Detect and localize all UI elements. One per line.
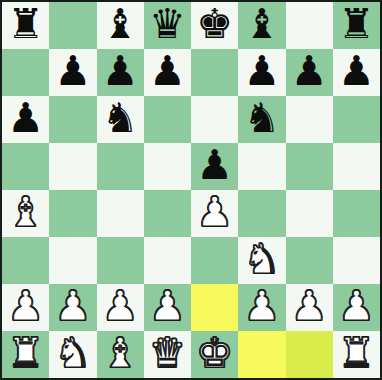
square-a4[interactable]: ♝ xyxy=(2,190,49,237)
square-b1[interactable]: ♞ xyxy=(49,331,96,378)
square-g3[interactable] xyxy=(286,237,333,284)
square-e2[interactable] xyxy=(191,284,238,331)
square-g6[interactable] xyxy=(286,96,333,143)
black-knight-icon[interactable]: ♞ xyxy=(102,98,139,139)
white-bishop-icon[interactable]: ♝ xyxy=(102,333,139,374)
square-c5[interactable] xyxy=(97,143,144,190)
square-a7[interactable] xyxy=(2,49,49,96)
square-e3[interactable] xyxy=(191,237,238,284)
square-g5[interactable] xyxy=(286,143,333,190)
square-e4[interactable]: ♟ xyxy=(191,190,238,237)
square-f8[interactable]: ♝ xyxy=(238,2,285,49)
square-b4[interactable] xyxy=(49,190,96,237)
square-h1[interactable]: ♜ xyxy=(333,331,380,378)
white-rook-icon[interactable]: ♜ xyxy=(338,333,375,374)
white-queen-icon[interactable]: ♛ xyxy=(149,333,186,374)
square-e5[interactable]: ♟ xyxy=(191,143,238,190)
white-pawn-icon[interactable]: ♟ xyxy=(243,286,280,327)
square-g2[interactable]: ♟ xyxy=(286,284,333,331)
square-e6[interactable] xyxy=(191,96,238,143)
black-bishop-icon[interactable]: ♝ xyxy=(243,4,280,45)
square-g4[interactable] xyxy=(286,190,333,237)
square-a2[interactable]: ♟ xyxy=(2,284,49,331)
black-pawn-icon[interactable]: ♟ xyxy=(149,51,186,92)
white-bishop-icon[interactable]: ♝ xyxy=(7,192,44,233)
square-a3[interactable] xyxy=(2,237,49,284)
square-b8[interactable] xyxy=(49,2,96,49)
square-c6[interactable]: ♞ xyxy=(97,96,144,143)
white-pawn-icon[interactable]: ♟ xyxy=(291,286,328,327)
square-g7[interactable]: ♟ xyxy=(286,49,333,96)
white-rook-icon[interactable]: ♜ xyxy=(7,333,44,374)
black-knight-icon[interactable]: ♞ xyxy=(243,98,280,139)
square-c3[interactable] xyxy=(97,237,144,284)
square-b6[interactable] xyxy=(49,96,96,143)
square-h7[interactable]: ♟ xyxy=(333,49,380,96)
square-h3[interactable] xyxy=(333,237,380,284)
black-pawn-icon[interactable]: ♟ xyxy=(243,51,280,92)
square-d6[interactable] xyxy=(144,96,191,143)
black-pawn-icon[interactable]: ♟ xyxy=(102,51,139,92)
square-h8[interactable]: ♜ xyxy=(333,2,380,49)
square-f2[interactable]: ♟ xyxy=(238,284,285,331)
square-a6[interactable]: ♟ xyxy=(2,96,49,143)
square-f4[interactable] xyxy=(238,190,285,237)
black-king-icon[interactable]: ♚ xyxy=(196,4,233,45)
white-pawn-icon[interactable]: ♟ xyxy=(196,192,233,233)
square-b5[interactable] xyxy=(49,143,96,190)
white-pawn-icon[interactable]: ♟ xyxy=(338,286,375,327)
square-f1[interactable] xyxy=(238,331,285,378)
square-c8[interactable]: ♝ xyxy=(97,2,144,49)
square-g8[interactable] xyxy=(286,2,333,49)
white-king-icon[interactable]: ♚ xyxy=(196,333,233,374)
square-b7[interactable]: ♟ xyxy=(49,49,96,96)
square-c4[interactable] xyxy=(97,190,144,237)
square-d1[interactable]: ♛ xyxy=(144,331,191,378)
square-b2[interactable]: ♟ xyxy=(49,284,96,331)
black-rook-icon[interactable]: ♜ xyxy=(7,4,44,45)
square-a8[interactable]: ♜ xyxy=(2,2,49,49)
black-pawn-icon[interactable]: ♟ xyxy=(291,51,328,92)
square-h2[interactable]: ♟ xyxy=(333,284,380,331)
square-c1[interactable]: ♝ xyxy=(97,331,144,378)
square-c7[interactable]: ♟ xyxy=(97,49,144,96)
square-g1[interactable] xyxy=(286,331,333,378)
square-d3[interactable] xyxy=(144,237,191,284)
square-d2[interactable]: ♟ xyxy=(144,284,191,331)
square-d8[interactable]: ♛ xyxy=(144,2,191,49)
square-f7[interactable]: ♟ xyxy=(238,49,285,96)
white-pawn-icon[interactable]: ♟ xyxy=(149,286,186,327)
square-b3[interactable] xyxy=(49,237,96,284)
square-a5[interactable] xyxy=(2,143,49,190)
white-pawn-icon[interactable]: ♟ xyxy=(7,286,44,327)
square-e8[interactable]: ♚ xyxy=(191,2,238,49)
square-h4[interactable] xyxy=(333,190,380,237)
square-f3[interactable]: ♞ xyxy=(238,237,285,284)
white-pawn-icon[interactable]: ♟ xyxy=(54,286,91,327)
square-d7[interactable]: ♟ xyxy=(144,49,191,96)
square-f6[interactable]: ♞ xyxy=(238,96,285,143)
black-rook-icon[interactable]: ♜ xyxy=(338,4,375,45)
black-pawn-icon[interactable]: ♟ xyxy=(54,51,91,92)
square-f5[interactable] xyxy=(238,143,285,190)
white-knight-icon[interactable]: ♞ xyxy=(54,333,91,374)
square-h6[interactable] xyxy=(333,96,380,143)
square-d4[interactable] xyxy=(144,190,191,237)
black-bishop-icon[interactable]: ♝ xyxy=(102,4,139,45)
chess-board-container: ♜♝♛♚♝♜♟♟♟♟♟♟♟♞♞♟♝♟♞♟♟♟♟♟♟♟♜♞♝♛♚♜ xyxy=(0,0,382,380)
square-h5[interactable] xyxy=(333,143,380,190)
square-a1[interactable]: ♜ xyxy=(2,331,49,378)
black-pawn-icon[interactable]: ♟ xyxy=(338,51,375,92)
chess-board[interactable]: ♜♝♛♚♝♜♟♟♟♟♟♟♟♞♞♟♝♟♞♟♟♟♟♟♟♟♜♞♝♛♚♜ xyxy=(0,0,382,380)
white-pawn-icon[interactable]: ♟ xyxy=(102,286,139,327)
square-d5[interactable] xyxy=(144,143,191,190)
square-e7[interactable] xyxy=(191,49,238,96)
black-pawn-icon[interactable]: ♟ xyxy=(196,145,233,186)
square-e1[interactable]: ♚ xyxy=(191,331,238,378)
square-c2[interactable]: ♟ xyxy=(97,284,144,331)
white-knight-icon[interactable]: ♞ xyxy=(243,239,280,280)
black-pawn-icon[interactable]: ♟ xyxy=(7,98,44,139)
black-queen-icon[interactable]: ♛ xyxy=(149,4,186,45)
